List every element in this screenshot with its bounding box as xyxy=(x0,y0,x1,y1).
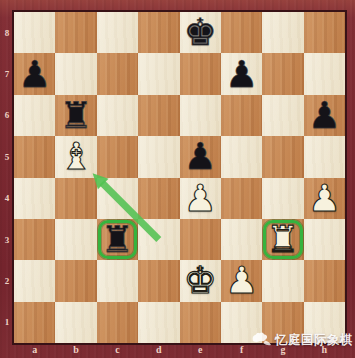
square-g5[interactable] xyxy=(262,136,303,177)
square-b2[interactable] xyxy=(55,260,96,301)
square-d1[interactable] xyxy=(138,302,179,343)
board: ♚♟♟♜♟♝♟♟♟♜♜♚♟ xyxy=(14,12,345,343)
square-e5[interactable]: ♟ xyxy=(180,136,221,177)
square-d2[interactable] xyxy=(138,260,179,301)
square-c3[interactable]: ♜ xyxy=(97,219,138,260)
square-b1[interactable] xyxy=(55,302,96,343)
square-c5[interactable] xyxy=(97,136,138,177)
piece-black-king-e8[interactable]: ♚ xyxy=(184,14,217,51)
square-h5[interactable] xyxy=(304,136,345,177)
square-f8[interactable] xyxy=(221,12,262,53)
square-f5[interactable] xyxy=(221,136,262,177)
rank-label-7: 7 xyxy=(0,53,14,94)
square-e6[interactable] xyxy=(180,95,221,136)
piece-white-pawn-h4[interactable]: ♟ xyxy=(308,180,341,217)
square-d5[interactable] xyxy=(138,136,179,177)
square-d6[interactable] xyxy=(138,95,179,136)
watermark-logo-icon xyxy=(250,330,272,350)
square-g8[interactable] xyxy=(262,12,303,53)
square-c1[interactable] xyxy=(97,302,138,343)
square-g4[interactable] xyxy=(262,178,303,219)
square-a8[interactable] xyxy=(14,12,55,53)
rank-label-2: 2 xyxy=(0,260,14,301)
watermark: 忆庭国际象棋 xyxy=(250,330,353,350)
piece-white-pawn-f2[interactable]: ♟ xyxy=(225,262,258,299)
square-b6[interactable]: ♜ xyxy=(55,95,96,136)
square-b7[interactable] xyxy=(55,53,96,94)
square-g3[interactable]: ♜ xyxy=(262,219,303,260)
file-label-d: d xyxy=(138,343,179,358)
square-c2[interactable] xyxy=(97,260,138,301)
square-a3[interactable] xyxy=(14,219,55,260)
square-a4[interactable] xyxy=(14,178,55,219)
piece-white-bishop-b5[interactable]: ♝ xyxy=(59,138,92,175)
square-e1[interactable] xyxy=(180,302,221,343)
square-e3[interactable] xyxy=(180,219,221,260)
square-f4[interactable] xyxy=(221,178,262,219)
piece-black-rook-c3[interactable]: ♜ xyxy=(101,221,134,258)
square-f2[interactable]: ♟ xyxy=(221,260,262,301)
piece-black-pawn-f7[interactable]: ♟ xyxy=(225,56,258,93)
rank-label-4: 4 xyxy=(0,178,14,219)
board-frame: 87654321 ♚♟♟♜♟♝♟♟♟♜♜♚♟ abcdefgh 忆庭国际象棋 xyxy=(0,0,355,358)
square-f6[interactable] xyxy=(221,95,262,136)
square-g2[interactable] xyxy=(262,260,303,301)
piece-white-king-e2[interactable]: ♚ xyxy=(184,262,217,299)
square-a2[interactable] xyxy=(14,260,55,301)
file-label-b: b xyxy=(55,343,96,358)
square-h6[interactable]: ♟ xyxy=(304,95,345,136)
square-d4[interactable] xyxy=(138,178,179,219)
piece-black-pawn-a7[interactable]: ♟ xyxy=(18,56,51,93)
file-label-c: c xyxy=(97,343,138,358)
rank-label-8: 8 xyxy=(0,12,14,53)
square-e4[interactable]: ♟ xyxy=(180,178,221,219)
square-c7[interactable] xyxy=(97,53,138,94)
piece-white-pawn-e4[interactable]: ♟ xyxy=(184,180,217,217)
square-g7[interactable] xyxy=(262,53,303,94)
rank-label-6: 6 xyxy=(0,95,14,136)
square-a1[interactable] xyxy=(14,302,55,343)
square-d7[interactable] xyxy=(138,53,179,94)
file-label-e: e xyxy=(180,343,221,358)
rank-label-3: 3 xyxy=(0,219,14,260)
rank-labels: 87654321 xyxy=(0,12,14,343)
square-c4[interactable] xyxy=(97,178,138,219)
piece-black-rook-b6[interactable]: ♜ xyxy=(59,97,92,134)
square-a7[interactable]: ♟ xyxy=(14,53,55,94)
square-b5[interactable]: ♝ xyxy=(55,136,96,177)
rank-label-1: 1 xyxy=(0,302,14,343)
square-h4[interactable]: ♟ xyxy=(304,178,345,219)
square-b4[interactable] xyxy=(55,178,96,219)
square-f3[interactable] xyxy=(221,219,262,260)
square-b3[interactable] xyxy=(55,219,96,260)
square-e7[interactable] xyxy=(180,53,221,94)
square-c6[interactable] xyxy=(97,95,138,136)
square-b8[interactable] xyxy=(55,12,96,53)
square-f7[interactable]: ♟ xyxy=(221,53,262,94)
square-e8[interactable]: ♚ xyxy=(180,12,221,53)
piece-black-pawn-e5[interactable]: ♟ xyxy=(184,138,217,175)
square-d8[interactable] xyxy=(138,12,179,53)
square-d3[interactable] xyxy=(138,219,179,260)
file-label-a: a xyxy=(14,343,55,358)
square-h8[interactable] xyxy=(304,12,345,53)
square-c8[interactable] xyxy=(97,12,138,53)
piece-black-pawn-h6[interactable]: ♟ xyxy=(308,97,341,134)
square-g6[interactable] xyxy=(262,95,303,136)
square-h3[interactable] xyxy=(304,219,345,260)
rank-label-5: 5 xyxy=(0,136,14,177)
square-a6[interactable] xyxy=(14,95,55,136)
square-h7[interactable] xyxy=(304,53,345,94)
square-a5[interactable] xyxy=(14,136,55,177)
square-h2[interactable] xyxy=(304,260,345,301)
watermark-text: 忆庭国际象棋 xyxy=(275,332,353,349)
square-e2[interactable]: ♚ xyxy=(180,260,221,301)
piece-white-rook-g3[interactable]: ♜ xyxy=(266,221,299,258)
